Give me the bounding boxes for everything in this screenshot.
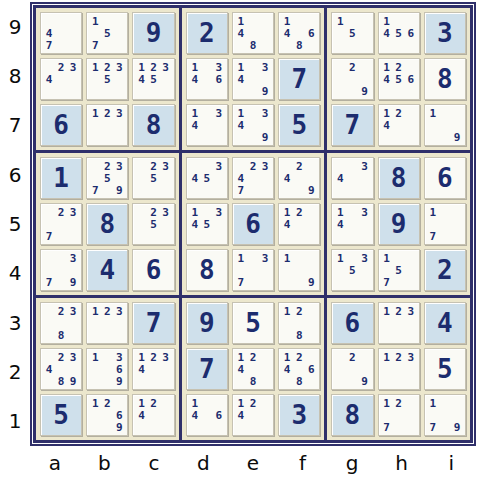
candidate-digit: 1 — [89, 397, 101, 409]
cell-a4[interactable]: 379 — [40, 249, 82, 291]
candidate-digit: 3 — [113, 351, 125, 363]
cell-g9[interactable]: 15 — [331, 12, 373, 54]
candidate-digit: 7 — [89, 184, 101, 196]
cell-c7[interactable]: 8 — [132, 104, 174, 146]
candidate-digit: 2 — [293, 305, 305, 317]
col-label-g: g — [327, 448, 377, 478]
candidate-digit: 2 — [101, 397, 113, 409]
given-digit: 5 — [291, 112, 307, 138]
box-0-2: 151456329124568712419 — [327, 8, 470, 150]
candidate-digit: 4 — [135, 409, 147, 421]
candidate-digit: 5 — [148, 172, 160, 184]
cell-i4[interactable]: 2 — [424, 249, 466, 291]
col-label-f: f — [278, 448, 328, 478]
cell-a5[interactable]: 237 — [40, 203, 82, 245]
candidate-digit: 7 — [427, 230, 439, 242]
candidate-digit: 8 — [247, 39, 259, 51]
board-grid: 4715792341235123456123821481468134613497… — [33, 5, 473, 443]
cell-f6[interactable]: 249 — [278, 157, 320, 199]
candidate-digit: 9 — [113, 375, 125, 387]
candidate-digit: 4 — [189, 73, 201, 85]
candidate-digit: 1 — [381, 107, 393, 119]
candidate-digit: 5 — [101, 73, 113, 85]
candidate-digit: 7 — [235, 184, 247, 196]
candidate-digit: 8 — [293, 39, 305, 51]
candidate-digit: 4 — [135, 73, 147, 85]
col-label-e: e — [228, 448, 278, 478]
cell-i9[interactable]: 3 — [424, 12, 466, 54]
col-label-b: b — [80, 448, 130, 478]
box-1-0: 123579235237823537946 — [36, 153, 179, 295]
given-digit: 3 — [291, 402, 307, 428]
cell-h7[interactable]: 124 — [378, 104, 420, 146]
candidate-digit: 6 — [405, 73, 417, 85]
cell-d4[interactable]: 8 — [186, 249, 228, 291]
candidate-digit: 9 — [259, 131, 271, 143]
candidate-digit: 2 — [101, 305, 113, 317]
box-0-0: 47157923412351234561238 — [36, 8, 179, 150]
candidate-digit: 7 — [427, 421, 439, 433]
cell-i8[interactable]: 8 — [424, 58, 466, 100]
given-digit: 7 — [291, 66, 307, 92]
solved-digit: 8 — [199, 257, 215, 283]
candidate-digit: 5 — [148, 73, 160, 85]
candidate-digit: 4 — [235, 409, 247, 421]
candidate-digit: 1 — [235, 107, 247, 119]
cell-b9[interactable]: 157 — [86, 12, 128, 54]
candidate-digit: 5 — [393, 73, 405, 85]
cell-d2[interactable]: 7 — [186, 348, 228, 390]
candidate-digit: 5 — [201, 172, 213, 184]
given-digit: 8 — [391, 165, 407, 191]
cell-f2[interactable]: 12468 — [278, 348, 320, 390]
candidate-digit: 4 — [189, 119, 201, 131]
candidate-digit: 4 — [235, 73, 247, 85]
solved-digit: 6 — [437, 165, 453, 191]
row-label-6: 6 — [0, 150, 30, 199]
col-label-c: c — [129, 448, 179, 478]
cell-a8[interactable]: 234 — [40, 58, 82, 100]
candidate-digit: 2 — [101, 61, 113, 73]
col-label-a: a — [30, 448, 80, 478]
candidate-digit: 3 — [160, 61, 172, 73]
cell-e4[interactable]: 137 — [232, 249, 274, 291]
cell-i7[interactable]: 19 — [424, 104, 466, 146]
cell-h4[interactable]: 157 — [378, 249, 420, 291]
col-label-d: d — [179, 448, 229, 478]
candidate-digit: 4 — [281, 218, 293, 230]
candidate-digit: 4 — [235, 172, 247, 184]
cell-h9[interactable]: 1456 — [378, 12, 420, 54]
row-label-5: 5 — [0, 199, 30, 248]
candidate-digit: 1 — [235, 15, 247, 27]
cell-c9[interactable]: 9 — [132, 12, 174, 54]
candidate-digit: 4 — [235, 363, 247, 375]
solved-digit: 6 — [146, 257, 162, 283]
candidate-digit: 1 — [381, 397, 393, 409]
cell-e5[interactable]: 6 — [232, 203, 274, 245]
candidate-digit: 2 — [247, 351, 259, 363]
candidate-digit: 2 — [55, 61, 67, 73]
cell-g5[interactable]: 134 — [331, 203, 373, 245]
solved-digit: 5 — [245, 310, 261, 336]
cell-e7[interactable]: 1349 — [232, 104, 274, 146]
candidate-digit: 3 — [67, 305, 79, 317]
candidate-digit: 4 — [281, 172, 293, 184]
candidate-digit: 3 — [259, 61, 271, 73]
candidate-digit: 2 — [346, 351, 358, 363]
candidate-digit: 4 — [235, 119, 247, 131]
candidate-digit: 3 — [67, 351, 79, 363]
candidate-digit: 1 — [89, 61, 101, 73]
candidate-digit: 1 — [334, 206, 346, 218]
candidate-digit: 1 — [334, 252, 346, 264]
cell-c6[interactable]: 235 — [132, 157, 174, 199]
candidate-digit: 3 — [160, 206, 172, 218]
candidate-digit: 1 — [135, 397, 147, 409]
cell-b7[interactable]: 123 — [86, 104, 128, 146]
cell-i1[interactable]: 179 — [424, 394, 466, 436]
cell-h6[interactable]: 8 — [378, 157, 420, 199]
candidate-digit: 9 — [113, 184, 125, 196]
candidate-digit: 2 — [101, 107, 113, 119]
candidate-digit: 2 — [101, 160, 113, 172]
candidate-digit: 9 — [305, 184, 317, 196]
cell-a7[interactable]: 6 — [40, 104, 82, 146]
cell-c4[interactable]: 6 — [132, 249, 174, 291]
candidate-digit: 3 — [358, 160, 370, 172]
cell-b3[interactable]: 123 — [86, 302, 128, 344]
row-label-4: 4 — [0, 249, 30, 298]
candidate-digit: 2 — [393, 305, 405, 317]
candidate-digit: 1 — [381, 252, 393, 264]
candidate-digit: 9 — [451, 421, 463, 433]
given-digit: 2 — [437, 257, 453, 283]
cell-c1[interactable]: 124 — [132, 394, 174, 436]
cell-g6[interactable]: 34 — [331, 157, 373, 199]
candidate-digit: 1 — [381, 351, 393, 363]
candidate-digit: 5 — [201, 218, 213, 230]
box-1-1: 345234724913456124813719 — [182, 153, 325, 295]
candidate-digit: 7 — [43, 39, 55, 51]
cell-h1[interactable]: 127 — [378, 394, 420, 436]
candidate-digit: 9 — [358, 375, 370, 387]
candidate-digit: 3 — [113, 305, 125, 317]
candidate-digit: 3 — [67, 252, 79, 264]
candidate-digit: 5 — [393, 264, 405, 276]
cell-g2[interactable]: 29 — [331, 348, 373, 390]
candidate-digit: 1 — [281, 252, 293, 264]
candidate-digit: 1 — [135, 61, 147, 73]
candidate-digit: 1 — [381, 15, 393, 27]
cell-b1[interactable]: 1269 — [86, 394, 128, 436]
cell-a1[interactable]: 5 — [40, 394, 82, 436]
cell-a2[interactable]: 23489 — [40, 348, 82, 390]
candidate-digit: 4 — [43, 73, 55, 85]
candidate-digit: 9 — [358, 85, 370, 97]
candidate-digit: 6 — [113, 409, 125, 421]
cell-e8[interactable]: 1349 — [232, 58, 274, 100]
candidate-digit: 1 — [235, 61, 247, 73]
candidate-digit: 7 — [235, 276, 247, 288]
cell-e9[interactable]: 148 — [232, 12, 274, 54]
candidate-digit: 7 — [89, 39, 101, 51]
candidate-digit: 3 — [213, 61, 225, 73]
cell-b5[interactable]: 8 — [86, 203, 128, 245]
cell-e2[interactable]: 1248 — [232, 348, 274, 390]
candidate-digit: 2 — [148, 61, 160, 73]
cell-a9[interactable]: 47 — [40, 12, 82, 54]
candidate-digit: 1 — [281, 351, 293, 363]
candidate-digit: 6 — [213, 73, 225, 85]
candidate-digit: 3 — [213, 107, 225, 119]
cell-d6[interactable]: 345 — [186, 157, 228, 199]
candidate-digit: 5 — [101, 172, 113, 184]
candidate-digit: 1 — [427, 107, 439, 119]
candidate-digit: 1 — [89, 107, 101, 119]
candidate-digit: 2 — [247, 397, 259, 409]
cell-d5[interactable]: 1345 — [186, 203, 228, 245]
candidate-digit: 4 — [235, 27, 247, 39]
candidate-digit: 3 — [113, 107, 125, 119]
candidate-digit: 3 — [358, 252, 370, 264]
column-labels: abcdefghi — [30, 448, 476, 478]
solved-digit: 8 — [437, 66, 453, 92]
cell-c3[interactable]: 7 — [132, 302, 174, 344]
cell-f8[interactable]: 7 — [278, 58, 320, 100]
candidate-digit: 1 — [135, 351, 147, 363]
given-digit: 9 — [391, 211, 407, 237]
given-digit: 9 — [146, 20, 162, 46]
candidate-digit: 4 — [135, 363, 147, 375]
candidate-digit: 1 — [281, 305, 293, 317]
candidate-digit: 3 — [405, 305, 417, 317]
candidate-digit: 2 — [148, 206, 160, 218]
candidate-digit: 9 — [451, 131, 463, 143]
candidate-digit: 2 — [293, 351, 305, 363]
cell-e6[interactable]: 2347 — [232, 157, 274, 199]
candidate-digit: 3 — [67, 206, 79, 218]
cell-b8[interactable]: 1235 — [86, 58, 128, 100]
cell-i3[interactable]: 4 — [424, 302, 466, 344]
cell-g8[interactable]: 29 — [331, 58, 373, 100]
cell-i5[interactable]: 17 — [424, 203, 466, 245]
candidate-digit: 1 — [89, 305, 101, 317]
cell-d7[interactable]: 134 — [186, 104, 228, 146]
solved-digit: 5 — [437, 356, 453, 382]
candidate-digit: 3 — [358, 206, 370, 218]
candidate-digit: 8 — [55, 375, 67, 387]
candidate-digit: 2 — [55, 351, 67, 363]
candidate-digit: 5 — [346, 264, 358, 276]
candidate-digit: 1 — [89, 351, 101, 363]
candidate-digit: 1 — [427, 397, 439, 409]
candidate-digit: 5 — [393, 27, 405, 39]
candidate-digit: 9 — [305, 276, 317, 288]
cell-d3[interactable]: 9 — [186, 302, 228, 344]
candidate-digit: 2 — [393, 61, 405, 73]
box-0-1: 2148146813461349713413495 — [182, 8, 325, 150]
candidate-digit: 5 — [148, 218, 160, 230]
given-digit: 2 — [199, 20, 215, 46]
candidate-digit: 4 — [43, 27, 55, 39]
candidate-digit: 4 — [189, 218, 201, 230]
cell-e1[interactable]: 124 — [232, 394, 274, 436]
row-labels: 987654321 — [0, 2, 30, 446]
cell-f7[interactable]: 5 — [278, 104, 320, 146]
candidate-digit: 3 — [160, 351, 172, 363]
candidate-digit: 1 — [281, 206, 293, 218]
candidate-digit: 4 — [189, 172, 201, 184]
box-2-0: 2381237234891369123451269124 — [36, 298, 179, 440]
candidate-digit: 4 — [334, 218, 346, 230]
cell-i2[interactable]: 5 — [424, 348, 466, 390]
box-2-1: 9512871248124681461243 — [182, 298, 325, 440]
given-digit: 3 — [437, 20, 453, 46]
cell-f5[interactable]: 124 — [278, 203, 320, 245]
candidate-digit: 1 — [189, 397, 201, 409]
cell-b4[interactable]: 4 — [86, 249, 128, 291]
given-digit: 7 — [199, 356, 215, 382]
cell-f4[interactable]: 19 — [278, 249, 320, 291]
cell-i6[interactable]: 6 — [424, 157, 466, 199]
cell-b2[interactable]: 1369 — [86, 348, 128, 390]
given-digit: 8 — [345, 402, 361, 428]
candidate-digit: 6 — [305, 363, 317, 375]
cell-c2[interactable]: 1234 — [132, 348, 174, 390]
candidate-digit: 4 — [281, 27, 293, 39]
candidate-digit: 7 — [381, 276, 393, 288]
candidate-digit: 5 — [346, 27, 358, 39]
given-digit: 9 — [199, 310, 215, 336]
candidate-digit: 7 — [43, 276, 55, 288]
cell-a6[interactable]: 1 — [40, 157, 82, 199]
cell-c8[interactable]: 12345 — [132, 58, 174, 100]
cell-f9[interactable]: 1468 — [278, 12, 320, 54]
cell-b6[interactable]: 23579 — [86, 157, 128, 199]
row-label-8: 8 — [0, 51, 30, 100]
cell-a3[interactable]: 238 — [40, 302, 82, 344]
given-digit: 1 — [53, 165, 69, 191]
candidate-digit: 8 — [293, 329, 305, 341]
given-digit: 7 — [146, 310, 162, 336]
candidate-digit: 9 — [67, 375, 79, 387]
candidate-digit: 2 — [55, 305, 67, 317]
candidate-digit: 1 — [334, 15, 346, 27]
cell-d9[interactable]: 2 — [186, 12, 228, 54]
cell-g4[interactable]: 135 — [331, 249, 373, 291]
candidate-digit: 4 — [334, 172, 346, 184]
given-digit: 6 — [245, 211, 261, 237]
candidate-digit: 2 — [247, 160, 259, 172]
given-digit: 5 — [53, 402, 69, 428]
cell-f3[interactable]: 128 — [278, 302, 320, 344]
candidate-digit: 3 — [259, 160, 271, 172]
candidate-digit: 3 — [113, 61, 125, 73]
candidate-digit: 4 — [381, 73, 393, 85]
cell-d1[interactable]: 146 — [186, 394, 228, 436]
cell-h3[interactable]: 123 — [378, 302, 420, 344]
given-digit: 4 — [100, 257, 116, 283]
cell-h8[interactable]: 12456 — [378, 58, 420, 100]
given-digit: 8 — [146, 112, 162, 138]
candidate-digit: 6 — [113, 363, 125, 375]
candidate-digit: 6 — [213, 409, 225, 421]
candidate-digit: 3 — [67, 61, 79, 73]
candidate-digit: 2 — [346, 61, 358, 73]
col-label-i: i — [426, 448, 476, 478]
sudoku-board: 4715792341235123456123821481468134613497… — [30, 2, 476, 446]
given-digit: 4 — [437, 310, 453, 336]
cell-d8[interactable]: 1346 — [186, 58, 228, 100]
candidate-digit: 1 — [235, 351, 247, 363]
candidate-digit: 3 — [259, 107, 271, 119]
candidate-digit: 3 — [259, 252, 271, 264]
candidate-digit: 8 — [55, 329, 67, 341]
given-digit: 7 — [345, 112, 361, 138]
candidate-digit: 9 — [67, 276, 79, 288]
candidate-digit: 3 — [160, 160, 172, 172]
candidate-digit: 2 — [148, 160, 160, 172]
cell-h2[interactable]: 123 — [378, 348, 420, 390]
candidate-digit: 1 — [381, 305, 393, 317]
candidate-digit: 4 — [281, 363, 293, 375]
candidate-digit: 1 — [189, 107, 201, 119]
row-label-7: 7 — [0, 101, 30, 150]
candidate-digit: 9 — [113, 421, 125, 433]
cell-f1[interactable]: 3 — [278, 394, 320, 436]
cell-g3[interactable]: 6 — [331, 302, 373, 344]
candidate-digit: 3 — [405, 351, 417, 363]
col-label-h: h — [377, 448, 427, 478]
candidate-digit: 8 — [293, 375, 305, 387]
row-label-1: 1 — [0, 397, 30, 446]
cell-g7[interactable]: 7 — [331, 104, 373, 146]
cell-c5[interactable]: 235 — [132, 203, 174, 245]
candidate-digit: 1 — [281, 15, 293, 27]
cell-h5[interactable]: 9 — [378, 203, 420, 245]
candidate-digit: 5 — [101, 27, 113, 39]
candidate-digit: 3 — [213, 206, 225, 218]
given-digit: 6 — [345, 310, 361, 336]
candidate-digit: 1 — [427, 206, 439, 218]
candidate-digit: 1 — [381, 61, 393, 73]
row-label-3: 3 — [0, 298, 30, 347]
candidate-digit: 3 — [213, 160, 225, 172]
candidate-digit: 4 — [381, 119, 393, 131]
candidate-digit: 1 — [189, 61, 201, 73]
candidate-digit: 2 — [393, 107, 405, 119]
candidate-digit: 9 — [259, 85, 271, 97]
candidate-digit: 2 — [148, 397, 160, 409]
candidate-digit: 8 — [247, 375, 259, 387]
cell-g1[interactable]: 8 — [331, 394, 373, 436]
candidate-digit: 1 — [189, 206, 201, 218]
cell-e3[interactable]: 5 — [232, 302, 274, 344]
candidate-digit: 1 — [235, 252, 247, 264]
candidate-digit: 1 — [235, 397, 247, 409]
row-label-9: 9 — [0, 2, 30, 51]
candidate-digit: 3 — [113, 160, 125, 172]
candidate-digit: 4 — [189, 409, 201, 421]
candidate-digit: 4 — [43, 363, 55, 375]
candidate-digit: 2 — [148, 351, 160, 363]
box-1-2: 34861349171351572 — [327, 153, 470, 295]
candidate-digit: 6 — [405, 27, 417, 39]
candidate-digit: 1 — [89, 15, 101, 27]
candidate-digit: 7 — [43, 230, 55, 242]
given-digit: 6 — [53, 112, 69, 138]
